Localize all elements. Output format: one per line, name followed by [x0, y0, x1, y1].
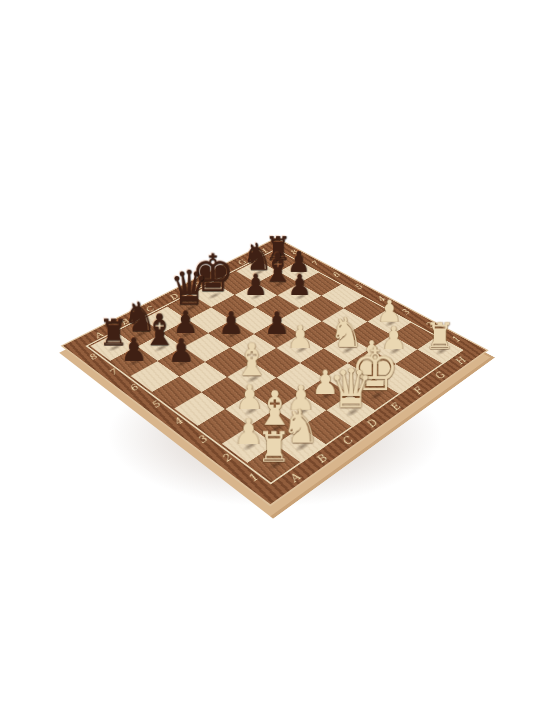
piece-white-rook-h1[interactable]: ♜ — [412, 278, 469, 349]
white-rook-glyph: ♜ — [242, 427, 307, 469]
white-rook-glyph: ♜ — [412, 318, 469, 355]
piece-white-rook-a1[interactable]: ♜ — [242, 381, 307, 463]
black-pawn-glyph: ♟ — [152, 334, 210, 366]
piece-black-pawn-b6[interactable]: ♟ — [152, 289, 210, 362]
scene: AA11BB22CC33DD44EE55FF66GG77HH88 ♜♞♛♚♜♟♝… — [0, 0, 540, 720]
